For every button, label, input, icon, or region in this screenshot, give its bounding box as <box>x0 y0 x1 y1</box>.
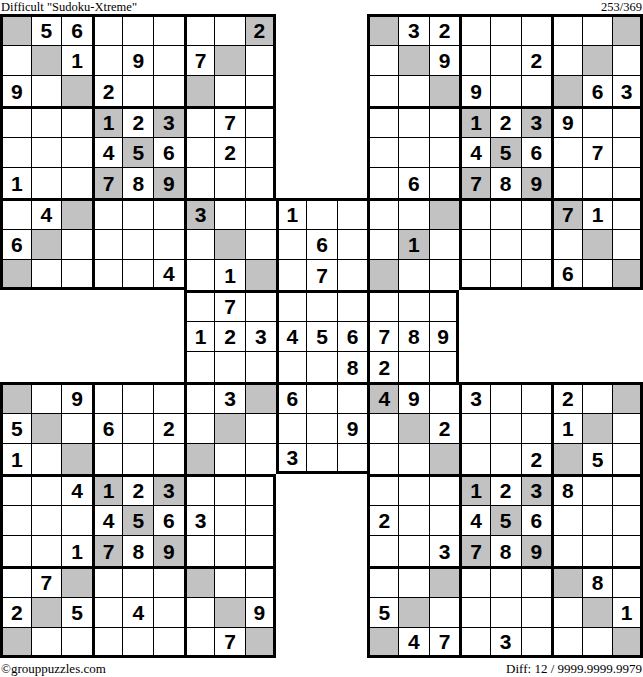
cell-r20c19[interactable] <box>582 627 613 658</box>
cell-r19c12[interactable]: 5 <box>367 597 398 628</box>
cell-r1c8[interactable] <box>245 45 276 76</box>
cell-r14c19[interactable]: 5 <box>582 443 613 474</box>
cell-r16c0[interactable] <box>0 505 31 536</box>
cell-r15c6[interactable] <box>184 474 215 505</box>
cell-r3c3[interactable]: 1 <box>92 106 123 137</box>
cell-r13c9[interactable] <box>276 413 307 444</box>
cell-r17c6[interactable] <box>184 535 215 566</box>
cell-r2c17[interactable] <box>521 75 552 106</box>
cell-r2c5[interactable] <box>153 75 184 106</box>
cell-r7c2[interactable] <box>61 229 92 260</box>
cell-r3c8[interactable] <box>245 106 276 137</box>
cell-r19c19[interactable] <box>582 597 613 628</box>
cell-r12c15[interactable]: 3 <box>459 382 490 413</box>
cell-r8c2[interactable] <box>61 259 92 290</box>
cell-r6c8[interactable] <box>245 198 276 229</box>
cell-r10c12[interactable]: 7 <box>367 321 398 352</box>
cell-r0c3[interactable] <box>92 14 123 45</box>
cell-r15c5[interactable]: 3 <box>153 474 184 505</box>
cell-r18c2[interactable] <box>61 566 92 597</box>
cell-r8c15[interactable] <box>459 259 490 290</box>
cell-r7c13[interactable]: 1 <box>398 229 429 260</box>
cell-r15c14[interactable] <box>429 474 460 505</box>
cell-r14c0[interactable]: 1 <box>0 443 31 474</box>
cell-r0c12[interactable] <box>367 14 398 45</box>
cell-r6c2[interactable] <box>61 198 92 229</box>
cell-r15c0[interactable] <box>0 474 31 505</box>
cell-r20c4[interactable] <box>122 627 153 658</box>
cell-r1c20[interactable] <box>612 45 643 76</box>
cell-r3c19[interactable] <box>582 106 613 137</box>
cell-r2c20[interactable]: 3 <box>612 75 643 106</box>
cell-r1c14[interactable]: 9 <box>429 45 460 76</box>
cell-r12c7[interactable]: 3 <box>214 382 245 413</box>
cell-r7c8[interactable] <box>245 229 276 260</box>
cell-r9c11[interactable] <box>337 290 368 321</box>
cell-r10c7[interactable]: 2 <box>214 321 245 352</box>
cell-r18c8[interactable] <box>245 566 276 597</box>
cell-r1c2[interactable]: 1 <box>61 45 92 76</box>
cell-r12c1[interactable] <box>31 382 62 413</box>
cell-r5c18[interactable] <box>551 167 582 198</box>
cell-r20c0[interactable] <box>0 627 31 658</box>
cell-r11c13[interactable] <box>398 351 429 382</box>
cell-r3c15[interactable]: 1 <box>459 106 490 137</box>
cell-r15c7[interactable] <box>214 474 245 505</box>
cell-r19c17[interactable] <box>521 597 552 628</box>
cell-r1c4[interactable]: 9 <box>122 45 153 76</box>
cell-r14c15[interactable] <box>459 443 490 474</box>
cell-r12c11[interactable] <box>337 382 368 413</box>
cell-r11c12[interactable]: 2 <box>367 351 398 382</box>
cell-r17c16[interactable]: 8 <box>490 535 521 566</box>
cell-r1c18[interactable] <box>551 45 582 76</box>
cell-r14c13[interactable] <box>398 443 429 474</box>
cell-r7c5[interactable] <box>153 229 184 260</box>
cell-r20c15[interactable] <box>459 627 490 658</box>
cell-r6c0[interactable] <box>0 198 31 229</box>
cell-r10c8[interactable]: 3 <box>245 321 276 352</box>
cell-r6c10[interactable] <box>306 198 337 229</box>
cell-r15c18[interactable]: 8 <box>551 474 582 505</box>
cell-r19c4[interactable]: 4 <box>122 597 153 628</box>
cell-r20c13[interactable]: 4 <box>398 627 429 658</box>
cell-r7c10[interactable]: 6 <box>306 229 337 260</box>
cell-r20c3[interactable] <box>92 627 123 658</box>
cell-r6c14[interactable] <box>429 198 460 229</box>
cell-r3c2[interactable] <box>61 106 92 137</box>
cell-r14c7[interactable] <box>214 443 245 474</box>
cell-r14c5[interactable] <box>153 443 184 474</box>
cell-r7c9[interactable] <box>276 229 307 260</box>
cell-r13c15[interactable] <box>459 413 490 444</box>
cell-r2c0[interactable]: 9 <box>0 75 31 106</box>
cell-r17c7[interactable] <box>214 535 245 566</box>
cell-r4c12[interactable] <box>367 137 398 168</box>
cell-r8c7[interactable]: 1 <box>214 259 245 290</box>
cell-r2c1[interactable] <box>31 75 62 106</box>
cell-r15c13[interactable] <box>398 474 429 505</box>
cell-r8c0[interactable] <box>0 259 31 290</box>
cell-r8c8[interactable] <box>245 259 276 290</box>
cell-r16c12[interactable]: 2 <box>367 505 398 536</box>
cell-r9c9[interactable] <box>276 290 307 321</box>
cell-r16c19[interactable] <box>582 505 613 536</box>
cell-r15c19[interactable] <box>582 474 613 505</box>
cell-r1c1[interactable] <box>31 45 62 76</box>
cell-r11c6[interactable] <box>184 351 215 382</box>
cell-r13c0[interactable]: 5 <box>0 413 31 444</box>
cell-r20c1[interactable] <box>31 627 62 658</box>
cell-r17c19[interactable] <box>582 535 613 566</box>
cell-r3c13[interactable] <box>398 106 429 137</box>
cell-r7c19[interactable] <box>582 229 613 260</box>
cell-r9c8[interactable] <box>245 290 276 321</box>
cell-r16c13[interactable] <box>398 505 429 536</box>
cell-r1c12[interactable] <box>367 45 398 76</box>
cell-r18c1[interactable]: 7 <box>31 566 62 597</box>
cell-r12c14[interactable] <box>429 382 460 413</box>
cell-r1c15[interactable] <box>459 45 490 76</box>
cell-r18c19[interactable]: 8 <box>582 566 613 597</box>
cell-r12c10[interactable] <box>306 382 337 413</box>
cell-r4c2[interactable] <box>61 137 92 168</box>
cell-r14c9[interactable]: 3 <box>276 443 307 474</box>
cell-r5c1[interactable] <box>31 167 62 198</box>
cell-r5c0[interactable]: 1 <box>0 167 31 198</box>
cell-r6c15[interactable] <box>459 198 490 229</box>
cell-r14c8[interactable] <box>245 443 276 474</box>
cell-r0c8[interactable]: 2 <box>245 14 276 45</box>
cell-r7c11[interactable] <box>337 229 368 260</box>
cell-r14c4[interactable] <box>122 443 153 474</box>
cell-r8c20[interactable] <box>612 259 643 290</box>
cell-r20c12[interactable] <box>367 627 398 658</box>
cell-r8c9[interactable] <box>276 259 307 290</box>
cell-r17c14[interactable]: 3 <box>429 535 460 566</box>
cell-r16c8[interactable] <box>245 505 276 536</box>
cell-r15c1[interactable] <box>31 474 62 505</box>
cell-r15c3[interactable]: 1 <box>92 474 123 505</box>
cell-r7c12[interactable] <box>367 229 398 260</box>
cell-r19c2[interactable]: 5 <box>61 597 92 628</box>
cell-r2c2[interactable] <box>61 75 92 106</box>
cell-r15c20[interactable] <box>612 474 643 505</box>
cell-r19c6[interactable] <box>184 597 215 628</box>
cell-r5c2[interactable] <box>61 167 92 198</box>
cell-r17c3[interactable]: 7 <box>92 535 123 566</box>
cell-r20c8[interactable] <box>245 627 276 658</box>
cell-r13c19[interactable] <box>582 413 613 444</box>
cell-r17c13[interactable] <box>398 535 429 566</box>
cell-r6c19[interactable]: 1 <box>582 198 613 229</box>
cell-r1c0[interactable] <box>0 45 31 76</box>
cell-r16c4[interactable]: 5 <box>122 505 153 536</box>
cell-r13c11[interactable]: 9 <box>337 413 368 444</box>
cell-r5c13[interactable]: 6 <box>398 167 429 198</box>
cell-r6c3[interactable] <box>92 198 123 229</box>
cell-r18c3[interactable] <box>92 566 123 597</box>
cell-r18c13[interactable] <box>398 566 429 597</box>
cell-r2c7[interactable] <box>214 75 245 106</box>
cell-r1c3[interactable] <box>92 45 123 76</box>
cell-r8c13[interactable] <box>398 259 429 290</box>
cell-r10c14[interactable]: 9 <box>429 321 460 352</box>
cell-r8c14[interactable] <box>429 259 460 290</box>
cell-r14c16[interactable] <box>490 443 521 474</box>
cell-r8c6[interactable] <box>184 259 215 290</box>
cell-r19c13[interactable] <box>398 597 429 628</box>
cell-r5c14[interactable] <box>429 167 460 198</box>
cell-r4c4[interactable]: 5 <box>122 137 153 168</box>
cell-r11c7[interactable] <box>214 351 245 382</box>
cell-r18c16[interactable] <box>490 566 521 597</box>
cell-r20c20[interactable] <box>612 627 643 658</box>
cell-r3c14[interactable] <box>429 106 460 137</box>
cell-r16c2[interactable] <box>61 505 92 536</box>
cell-r12c17[interactable] <box>521 382 552 413</box>
cell-r13c14[interactable]: 2 <box>429 413 460 444</box>
cell-r13c8[interactable] <box>245 413 276 444</box>
cell-r0c2[interactable]: 6 <box>61 14 92 45</box>
cell-r7c0[interactable]: 6 <box>0 229 31 260</box>
cell-r19c3[interactable] <box>92 597 123 628</box>
cell-r8c18[interactable]: 6 <box>551 259 582 290</box>
cell-r8c4[interactable] <box>122 259 153 290</box>
cell-r7c1[interactable] <box>31 229 62 260</box>
cell-r16c16[interactable]: 5 <box>490 505 521 536</box>
cell-r13c16[interactable] <box>490 413 521 444</box>
cell-r13c7[interactable] <box>214 413 245 444</box>
cell-r5c6[interactable] <box>184 167 215 198</box>
cell-r8c10[interactable]: 7 <box>306 259 337 290</box>
cell-r6c11[interactable] <box>337 198 368 229</box>
cell-r12c4[interactable] <box>122 382 153 413</box>
cell-r1c17[interactable]: 2 <box>521 45 552 76</box>
cell-r2c4[interactable] <box>122 75 153 106</box>
cell-r3c7[interactable]: 7 <box>214 106 245 137</box>
cell-r4c3[interactable]: 4 <box>92 137 123 168</box>
cell-r14c11[interactable] <box>337 443 368 474</box>
cell-r7c15[interactable] <box>459 229 490 260</box>
cell-r8c1[interactable] <box>31 259 62 290</box>
cell-r0c19[interactable] <box>582 14 613 45</box>
cell-r12c9[interactable]: 6 <box>276 382 307 413</box>
cell-r14c14[interactable] <box>429 443 460 474</box>
cell-r0c6[interactable] <box>184 14 215 45</box>
cell-r16c18[interactable] <box>551 505 582 536</box>
cell-r16c5[interactable]: 6 <box>153 505 184 536</box>
cell-r14c3[interactable] <box>92 443 123 474</box>
cell-r4c7[interactable]: 2 <box>214 137 245 168</box>
cell-r9c7[interactable]: 7 <box>214 290 245 321</box>
cell-r2c13[interactable] <box>398 75 429 106</box>
cell-r19c20[interactable]: 1 <box>612 597 643 628</box>
cell-r5c5[interactable]: 9 <box>153 167 184 198</box>
cell-r17c5[interactable]: 9 <box>153 535 184 566</box>
cell-r17c1[interactable] <box>31 535 62 566</box>
cell-r18c12[interactable] <box>367 566 398 597</box>
cell-r20c2[interactable] <box>61 627 92 658</box>
cell-r9c10[interactable] <box>306 290 337 321</box>
cell-r3c20[interactable] <box>612 106 643 137</box>
cell-r5c16[interactable]: 8 <box>490 167 521 198</box>
cell-r3c5[interactable]: 3 <box>153 106 184 137</box>
cell-r15c12[interactable] <box>367 474 398 505</box>
cell-r12c0[interactable] <box>0 382 31 413</box>
cell-r19c15[interactable] <box>459 597 490 628</box>
cell-r19c0[interactable]: 2 <box>0 597 31 628</box>
cell-r6c17[interactable] <box>521 198 552 229</box>
cell-r14c10[interactable] <box>306 443 337 474</box>
cell-r11c11[interactable]: 8 <box>337 351 368 382</box>
cell-r13c5[interactable]: 2 <box>153 413 184 444</box>
cell-r3c4[interactable]: 2 <box>122 106 153 137</box>
cell-r6c13[interactable] <box>398 198 429 229</box>
cell-r18c4[interactable] <box>122 566 153 597</box>
cell-r13c17[interactable] <box>521 413 552 444</box>
cell-r16c20[interactable] <box>612 505 643 536</box>
cell-r17c12[interactable] <box>367 535 398 566</box>
cell-r10c13[interactable]: 8 <box>398 321 429 352</box>
cell-r0c15[interactable] <box>459 14 490 45</box>
cell-r0c5[interactable] <box>153 14 184 45</box>
cell-r15c2[interactable]: 4 <box>61 474 92 505</box>
cell-r17c17[interactable]: 9 <box>521 535 552 566</box>
cell-r3c6[interactable] <box>184 106 215 137</box>
cell-r20c7[interactable]: 7 <box>214 627 245 658</box>
cell-r6c4[interactable] <box>122 198 153 229</box>
cell-r9c14[interactable] <box>429 290 460 321</box>
cell-r18c14[interactable] <box>429 566 460 597</box>
cell-r17c4[interactable]: 8 <box>122 535 153 566</box>
cell-r16c14[interactable] <box>429 505 460 536</box>
cell-r4c15[interactable]: 4 <box>459 137 490 168</box>
cell-r1c16[interactable] <box>490 45 521 76</box>
cell-r0c18[interactable] <box>551 14 582 45</box>
cell-r2c12[interactable] <box>367 75 398 106</box>
cell-r4c19[interactable]: 7 <box>582 137 613 168</box>
cell-r11c14[interactable] <box>429 351 460 382</box>
cell-r3c17[interactable]: 3 <box>521 106 552 137</box>
cell-r4c18[interactable] <box>551 137 582 168</box>
cell-r18c7[interactable] <box>214 566 245 597</box>
cell-r20c6[interactable] <box>184 627 215 658</box>
cell-r13c12[interactable] <box>367 413 398 444</box>
cell-r15c8[interactable] <box>245 474 276 505</box>
cell-r1c6[interactable]: 7 <box>184 45 215 76</box>
cell-r3c18[interactable]: 9 <box>551 106 582 137</box>
cell-r19c18[interactable] <box>551 597 582 628</box>
cell-r6c12[interactable] <box>367 198 398 229</box>
cell-r7c20[interactable] <box>612 229 643 260</box>
cell-r11c10[interactable] <box>306 351 337 382</box>
cell-r15c16[interactable]: 2 <box>490 474 521 505</box>
cell-r5c15[interactable]: 7 <box>459 167 490 198</box>
cell-r5c19[interactable] <box>582 167 613 198</box>
cell-r0c14[interactable]: 2 <box>429 14 460 45</box>
cell-r4c17[interactable]: 6 <box>521 137 552 168</box>
cell-r1c7[interactable] <box>214 45 245 76</box>
cell-r3c16[interactable]: 2 <box>490 106 521 137</box>
cell-r18c20[interactable] <box>612 566 643 597</box>
cell-r5c3[interactable]: 7 <box>92 167 123 198</box>
cell-r5c8[interactable] <box>245 167 276 198</box>
cell-r2c14[interactable] <box>429 75 460 106</box>
cell-r6c20[interactable] <box>612 198 643 229</box>
cell-r3c0[interactable] <box>0 106 31 137</box>
cell-r16c3[interactable]: 4 <box>92 505 123 536</box>
cell-r9c12[interactable] <box>367 290 398 321</box>
cell-r2c16[interactable] <box>490 75 521 106</box>
cell-r8c12[interactable] <box>367 259 398 290</box>
cell-r11c8[interactable] <box>245 351 276 382</box>
cell-r1c5[interactable] <box>153 45 184 76</box>
cell-r5c20[interactable] <box>612 167 643 198</box>
cell-r7c6[interactable] <box>184 229 215 260</box>
cell-r18c5[interactable] <box>153 566 184 597</box>
cell-r2c6[interactable] <box>184 75 215 106</box>
cell-r17c2[interactable]: 1 <box>61 535 92 566</box>
cell-r6c1[interactable]: 4 <box>31 198 62 229</box>
cell-r13c4[interactable] <box>122 413 153 444</box>
cell-r14c2[interactable] <box>61 443 92 474</box>
cell-r19c5[interactable] <box>153 597 184 628</box>
cell-r20c14[interactable]: 7 <box>429 627 460 658</box>
cell-r7c16[interactable] <box>490 229 521 260</box>
cell-r4c8[interactable] <box>245 137 276 168</box>
cell-r20c5[interactable] <box>153 627 184 658</box>
cell-r16c6[interactable]: 3 <box>184 505 215 536</box>
cell-r12c13[interactable]: 9 <box>398 382 429 413</box>
cell-r0c20[interactable] <box>612 14 643 45</box>
cell-r10c10[interactable]: 5 <box>306 321 337 352</box>
cell-r14c12[interactable] <box>367 443 398 474</box>
cell-r10c11[interactable]: 6 <box>337 321 368 352</box>
cell-r9c6[interactable] <box>184 290 215 321</box>
cell-r5c7[interactable] <box>214 167 245 198</box>
cell-r1c13[interactable] <box>398 45 429 76</box>
cell-r16c17[interactable]: 6 <box>521 505 552 536</box>
cell-r8c11[interactable] <box>337 259 368 290</box>
cell-r4c14[interactable] <box>429 137 460 168</box>
cell-r8c3[interactable] <box>92 259 123 290</box>
cell-r15c4[interactable]: 2 <box>122 474 153 505</box>
cell-r5c17[interactable]: 9 <box>521 167 552 198</box>
cell-r17c15[interactable]: 7 <box>459 535 490 566</box>
cell-r10c6[interactable]: 1 <box>184 321 215 352</box>
cell-r0c7[interactable] <box>214 14 245 45</box>
cell-r13c13[interactable] <box>398 413 429 444</box>
cell-r18c15[interactable] <box>459 566 490 597</box>
cell-r17c0[interactable] <box>0 535 31 566</box>
cell-r10c9[interactable]: 4 <box>276 321 307 352</box>
cell-r19c16[interactable] <box>490 597 521 628</box>
cell-r2c18[interactable] <box>551 75 582 106</box>
cell-r4c0[interactable] <box>0 137 31 168</box>
cell-r14c6[interactable] <box>184 443 215 474</box>
cell-r12c6[interactable] <box>184 382 215 413</box>
cell-r16c7[interactable] <box>214 505 245 536</box>
cell-r12c3[interactable] <box>92 382 123 413</box>
cell-r13c20[interactable] <box>612 413 643 444</box>
cell-r12c12[interactable]: 4 <box>367 382 398 413</box>
cell-r18c17[interactable] <box>521 566 552 597</box>
cell-r12c2[interactable]: 9 <box>61 382 92 413</box>
cell-r14c1[interactable] <box>31 443 62 474</box>
cell-r13c10[interactable] <box>306 413 337 444</box>
cell-r5c4[interactable]: 8 <box>122 167 153 198</box>
